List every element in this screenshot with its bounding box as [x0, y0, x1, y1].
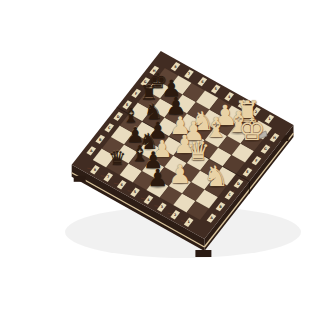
- file-label-near-d-text: D: [237, 182, 240, 186]
- board-foot: [74, 176, 86, 182]
- piece-white-pawn-b3[interactable]: ♟: [169, 162, 192, 187]
- file-label-near-h-text: H: [273, 136, 276, 140]
- file-label-near-a-text: A: [210, 216, 213, 220]
- file-label-far-a-text: A: [90, 149, 93, 153]
- file-label-near-b-text: B: [219, 205, 222, 209]
- board-foot: [195, 250, 211, 257]
- file-label-far-b-text: B: [99, 138, 102, 142]
- piece-white-king-g1[interactable]: ♚: [238, 115, 265, 146]
- piece-white-knight-c1[interactable]: ♞: [203, 162, 229, 191]
- chess-set-photo: AABBCCDDEEFFGGHH1122334455667788 ♚♟♜♟♞♜♝…: [0, 0, 309, 309]
- piece-black-queen-a7[interactable]: ♛: [109, 148, 127, 168]
- piece-black-pawn-a4[interactable]: ♟: [147, 167, 168, 191]
- file-label-near-g-text: G: [264, 147, 267, 151]
- file-label-far-d-text: D: [117, 115, 120, 119]
